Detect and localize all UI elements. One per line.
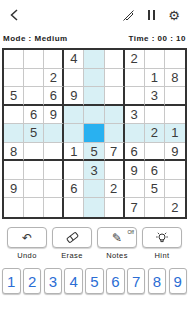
cell-r7c7[interactable]: 9 [125, 161, 145, 180]
cell-r7c3[interactable] [44, 161, 64, 180]
cell-r4c9[interactable] [165, 106, 185, 125]
cell-r3c7[interactable] [125, 87, 145, 106]
cell-r1c2[interactable] [24, 50, 44, 69]
cell-r9c1[interactable] [4, 198, 24, 217]
cell-r1c8[interactable] [145, 50, 165, 69]
numpad-button-6[interactable]: 6 [106, 268, 125, 294]
cell-r9c9[interactable]: 2 [165, 198, 185, 217]
cell-r3c2[interactable] [24, 87, 44, 106]
undo-arrow-icon: ↶ [22, 232, 32, 244]
cell-r2c5[interactable] [84, 69, 104, 88]
cell-r6c8[interactable] [145, 143, 165, 162]
cell-r5c9[interactable]: 1 [165, 124, 185, 143]
cell-r5c1[interactable] [4, 124, 24, 143]
cell-r4c1[interactable] [4, 106, 24, 125]
cell-r6c2[interactable] [24, 143, 44, 162]
cell-r3c1[interactable]: 5 [4, 87, 24, 106]
cell-r8c1[interactable]: 9 [4, 180, 24, 199]
cell-r2c9[interactable]: 8 [165, 69, 185, 88]
cell-r2c1[interactable] [4, 69, 24, 88]
cell-r8c8[interactable]: 5 [145, 180, 165, 199]
cell-r2c3[interactable]: 2 [44, 69, 64, 88]
cell-r1c4[interactable]: 4 [64, 50, 84, 69]
cell-r8c2[interactable] [24, 180, 44, 199]
cell-r4c7[interactable]: 3 [125, 106, 145, 125]
cell-r9c6[interactable] [105, 198, 125, 217]
notes-off-badge: Off [127, 229, 134, 235]
erase-button[interactable] [52, 227, 92, 248]
cell-r2c7[interactable] [125, 69, 145, 88]
numpad-button-4[interactable]: 4 [64, 268, 83, 294]
hint-label: Hint [155, 251, 170, 260]
sudoku-board: 422185693693521815769396962572 [2, 48, 187, 219]
cell-r3c8[interactable]: 3 [145, 87, 165, 106]
cell-r9c7[interactable]: 7 [125, 198, 145, 217]
numpad-button-3[interactable]: 3 [44, 268, 63, 294]
pencil-icon: ✎ [112, 232, 122, 244]
cell-r1c3[interactable] [44, 50, 64, 69]
cell-r6c5[interactable]: 5 [84, 143, 104, 162]
cell-r7c8[interactable]: 6 [145, 161, 165, 180]
numpad: 123456789 [0, 268, 189, 294]
numpad-button-5[interactable]: 5 [85, 268, 104, 294]
notes-tool: ✎ Off Notes [97, 227, 137, 260]
cell-r5c6[interactable] [105, 124, 125, 143]
cell-r3c4[interactable]: 9 [64, 87, 84, 106]
notes-label: Notes [106, 251, 128, 260]
cell-r7c6[interactable] [105, 161, 125, 180]
eraser-icon [65, 231, 80, 244]
cell-r4c3[interactable]: 9 [44, 106, 64, 125]
cell-r9c4[interactable] [64, 198, 84, 217]
cell-r7c5[interactable]: 3 [84, 161, 104, 180]
cell-r7c4[interactable] [64, 161, 84, 180]
cell-r6c6[interactable]: 7 [105, 143, 125, 162]
cell-r9c2[interactable] [24, 198, 44, 217]
hint-tool: Hint [142, 227, 182, 260]
cell-r5c8[interactable]: 2 [145, 124, 165, 143]
cell-r9c5[interactable] [84, 198, 104, 217]
cell-r6c7[interactable]: 6 [125, 143, 145, 162]
back-icon[interactable] [9, 9, 19, 21]
numpad-button-8[interactable]: 8 [148, 268, 167, 294]
cell-r6c1[interactable]: 8 [4, 143, 24, 162]
theme-brush-icon[interactable] [122, 9, 135, 22]
cell-r4c5[interactable] [84, 106, 104, 125]
cell-r6c9[interactable]: 9 [165, 143, 185, 162]
lightbulb-icon [155, 231, 169, 245]
cell-r2c4[interactable] [64, 69, 84, 88]
mode-label: Mode : Medium [3, 34, 68, 43]
settings-gear-icon[interactable]: ⚙ [168, 9, 180, 22]
cell-r6c4[interactable]: 1 [64, 143, 84, 162]
undo-button[interactable]: ↶ [7, 227, 47, 248]
toolbar: ↶ Undo Erase ✎ Off Notes [0, 227, 189, 260]
cell-r4c4[interactable] [64, 106, 84, 125]
cell-r3c6[interactable] [105, 87, 125, 106]
numpad-button-9[interactable]: 9 [169, 268, 188, 294]
cell-r5c5[interactable] [84, 124, 104, 143]
notes-button[interactable]: ✎ Off [97, 227, 137, 248]
cell-r9c8[interactable] [145, 198, 165, 217]
cell-r5c7[interactable] [125, 124, 145, 143]
cell-r4c6[interactable] [105, 106, 125, 125]
cell-r7c2[interactable] [24, 161, 44, 180]
cell-r3c3[interactable]: 6 [44, 87, 64, 106]
top-bar: ⚙ [0, 0, 189, 23]
cell-r4c8[interactable] [145, 106, 165, 125]
numpad-button-7[interactable]: 7 [127, 268, 146, 294]
cell-r8c5[interactable] [84, 180, 104, 199]
hint-button[interactable] [142, 227, 182, 248]
cell-r5c4[interactable] [64, 124, 84, 143]
cell-r1c7[interactable]: 2 [125, 50, 145, 69]
cell-r2c2[interactable] [24, 69, 44, 88]
time-label: Time : 00 : 10 [128, 34, 186, 43]
cell-r2c8[interactable]: 1 [145, 69, 165, 88]
undo-label: Undo [17, 251, 37, 260]
erase-label: Erase [61, 251, 83, 260]
cell-r8c7[interactable] [125, 180, 145, 199]
cell-r1c9[interactable] [165, 50, 185, 69]
pause-icon[interactable] [148, 10, 156, 20]
cell-r7c9[interactable] [165, 161, 185, 180]
cell-r8c4[interactable]: 6 [64, 180, 84, 199]
cell-r1c6[interactable] [105, 50, 125, 69]
cell-r1c5[interactable] [84, 50, 104, 69]
cell-r6c3[interactable] [44, 143, 64, 162]
cell-r9c3[interactable] [44, 198, 64, 217]
cell-r8c9[interactable] [165, 180, 185, 199]
cell-r5c2[interactable]: 5 [24, 124, 44, 143]
cell-r4c2[interactable]: 6 [24, 106, 44, 125]
cell-r8c6[interactable]: 2 [105, 180, 125, 199]
cell-r3c5[interactable] [84, 87, 104, 106]
cell-r1c1[interactable] [4, 50, 24, 69]
cell-r2c6[interactable] [105, 69, 125, 88]
cell-r8c3[interactable] [44, 180, 64, 199]
erase-tool: Erase [52, 227, 92, 260]
status-bar: Mode : Medium Time : 00 : 10 [0, 34, 189, 43]
cell-r3c9[interactable] [165, 87, 185, 106]
undo-tool: ↶ Undo [7, 227, 47, 260]
numpad-button-2[interactable]: 2 [23, 268, 42, 294]
numpad-button-1[interactable]: 1 [2, 268, 21, 294]
cell-r5c3[interactable] [44, 124, 64, 143]
cell-r7c1[interactable] [4, 161, 24, 180]
